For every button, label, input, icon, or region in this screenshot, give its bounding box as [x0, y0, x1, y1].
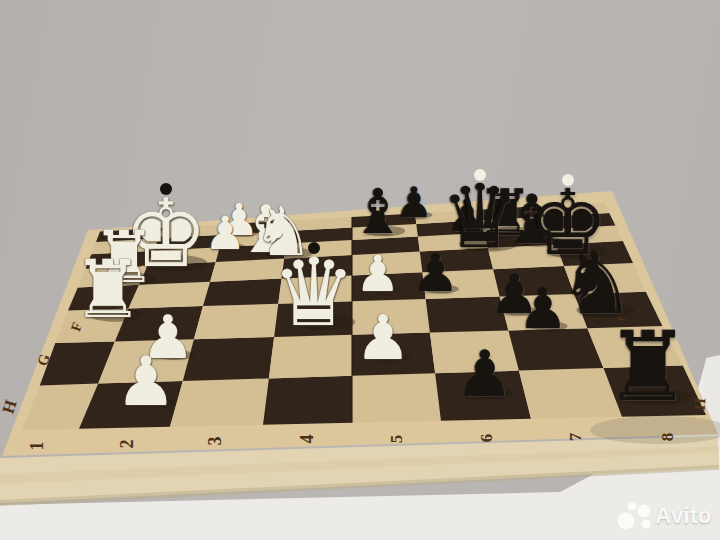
avito-watermark: Avito	[617, 500, 712, 532]
black-rook-h8: ♜	[600, 319, 696, 415]
chess-pieces-layer: ♟♟♝♜♟♝♛♟♝♚♞♚♜♟♟♞♟♜♛♟♟♟♟♜♟	[0, 0, 720, 540]
black-king-d8-finial	[562, 174, 574, 186]
white-pawn-h2: ♟	[112, 348, 180, 416]
white-pawn-g5: ♟	[352, 307, 414, 369]
avito-logo-icon	[617, 500, 651, 532]
avito-watermark-text: Avito	[655, 503, 712, 529]
black-bishop-c5: ♝	[347, 181, 409, 243]
black-pawn-e6: ♟	[410, 247, 462, 299]
black-queen-d6-finial	[474, 169, 486, 181]
white-rook-f1: ♜	[68, 250, 148, 330]
black-pawn-g7: ♟	[515, 281, 571, 337]
chess-photo-scene: 12345678ABCDEFGHFH ♟♟♝♜♟♝♛♟♝♚♞♚♜♟♟♞♟♜♛♟♟…	[0, 0, 720, 540]
white-queen-f4: ♛	[267, 246, 361, 340]
black-pawn-h6: ♟	[453, 342, 517, 406]
